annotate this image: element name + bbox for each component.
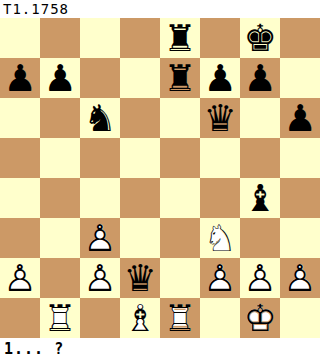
square-c2[interactable]: ♟︎♙: [80, 258, 120, 298]
square-h7[interactable]: [280, 58, 320, 98]
square-f3[interactable]: ♞♘: [200, 218, 240, 258]
square-g3[interactable]: [240, 218, 280, 258]
square-g1[interactable]: ♚♔: [240, 298, 280, 338]
square-c8[interactable]: [80, 18, 120, 58]
square-h2[interactable]: ♟︎♙: [280, 258, 320, 298]
square-f1[interactable]: [200, 298, 240, 338]
piece-black-rook: ♜: [160, 18, 200, 58]
piece-white-pawn: ♟︎♙: [0, 258, 40, 298]
square-a7[interactable]: ♟︎: [0, 58, 40, 98]
piece-white-pawn: ♟︎♙: [240, 258, 280, 298]
square-a1[interactable]: [0, 298, 40, 338]
square-a3[interactable]: [0, 218, 40, 258]
square-f6[interactable]: ♛: [200, 98, 240, 138]
square-f5[interactable]: [200, 138, 240, 178]
square-b1[interactable]: ♜♖: [40, 298, 80, 338]
square-h8[interactable]: [280, 18, 320, 58]
piece-white-pawn: ♟︎♙: [80, 218, 120, 258]
square-e3[interactable]: [160, 218, 200, 258]
square-c7[interactable]: [80, 58, 120, 98]
square-g7[interactable]: ♟︎: [240, 58, 280, 98]
square-f4[interactable]: [200, 178, 240, 218]
piece-black-knight: ♞: [80, 98, 120, 138]
square-d8[interactable]: [120, 18, 160, 58]
square-d1[interactable]: ♝♗: [120, 298, 160, 338]
piece-white-pawn: ♟︎♙: [80, 258, 120, 298]
square-b2[interactable]: [40, 258, 80, 298]
square-a4[interactable]: [0, 178, 40, 218]
square-e8[interactable]: ♜: [160, 18, 200, 58]
square-b7[interactable]: ♟︎: [40, 58, 80, 98]
square-f7[interactable]: ♟︎: [200, 58, 240, 98]
square-g4[interactable]: ♝: [240, 178, 280, 218]
piece-white-knight: ♞♘: [200, 218, 240, 258]
piece-black-rook: ♜: [160, 58, 200, 98]
square-d7[interactable]: [120, 58, 160, 98]
square-h3[interactable]: [280, 218, 320, 258]
square-e1[interactable]: ♜♖: [160, 298, 200, 338]
square-c5[interactable]: [80, 138, 120, 178]
square-c4[interactable]: [80, 178, 120, 218]
square-b8[interactable]: [40, 18, 80, 58]
square-d2[interactable]: ♛: [120, 258, 160, 298]
piece-black-queen: ♛: [120, 258, 160, 298]
square-a5[interactable]: [0, 138, 40, 178]
piece-white-rook: ♜♖: [40, 298, 80, 338]
piece-black-pawn: ♟︎: [280, 98, 320, 138]
square-d5[interactable]: [120, 138, 160, 178]
square-g2[interactable]: ♟︎♙: [240, 258, 280, 298]
square-c1[interactable]: [80, 298, 120, 338]
piece-white-rook: ♜♖: [160, 298, 200, 338]
square-b6[interactable]: [40, 98, 80, 138]
square-e5[interactable]: [160, 138, 200, 178]
square-d6[interactable]: [120, 98, 160, 138]
square-g6[interactable]: [240, 98, 280, 138]
square-e6[interactable]: [160, 98, 200, 138]
move-prompt: 1... ?: [0, 338, 320, 360]
square-e7[interactable]: ♜: [160, 58, 200, 98]
square-a6[interactable]: [0, 98, 40, 138]
piece-white-king: ♚♔: [240, 298, 280, 338]
piece-black-queen: ♛: [200, 98, 240, 138]
piece-black-pawn: ♟︎: [40, 58, 80, 98]
piece-white-bishop: ♝♗: [120, 298, 160, 338]
square-h4[interactable]: [280, 178, 320, 218]
square-e2[interactable]: [160, 258, 200, 298]
square-b3[interactable]: [40, 218, 80, 258]
chess-board: ♜♚♟︎♟︎♜♟︎♟︎♞♛♟︎♝♟︎♙♞♘♟︎♙♟︎♙♛♟︎♙♟︎♙♟︎♙♜♖♝…: [0, 18, 320, 338]
square-d3[interactable]: [120, 218, 160, 258]
square-b5[interactable]: [40, 138, 80, 178]
piece-black-bishop: ♝: [240, 178, 280, 218]
square-a2[interactable]: ♟︎♙: [0, 258, 40, 298]
square-g5[interactable]: [240, 138, 280, 178]
puzzle-title: T1.1758: [0, 0, 320, 18]
square-c6[interactable]: ♞: [80, 98, 120, 138]
square-f8[interactable]: [200, 18, 240, 58]
piece-white-pawn: ♟︎♙: [280, 258, 320, 298]
piece-black-pawn: ♟︎: [0, 58, 40, 98]
square-b4[interactable]: [40, 178, 80, 218]
square-c3[interactable]: ♟︎♙: [80, 218, 120, 258]
piece-black-pawn: ♟︎: [200, 58, 240, 98]
piece-black-pawn: ♟︎: [240, 58, 280, 98]
square-f2[interactable]: ♟︎♙: [200, 258, 240, 298]
square-e4[interactable]: [160, 178, 200, 218]
piece-black-king: ♚: [240, 18, 280, 58]
square-h6[interactable]: ♟︎: [280, 98, 320, 138]
square-g8[interactable]: ♚: [240, 18, 280, 58]
square-a8[interactable]: [0, 18, 40, 58]
square-d4[interactable]: [120, 178, 160, 218]
square-h1[interactable]: [280, 298, 320, 338]
chess-puzzle-window: T1.1758 ♜♚♟︎♟︎♜♟︎♟︎♞♛♟︎♝♟︎♙♞♘♟︎♙♟︎♙♛♟︎♙♟…: [0, 0, 320, 360]
piece-white-pawn: ♟︎♙: [200, 258, 240, 298]
square-h5[interactable]: [280, 138, 320, 178]
